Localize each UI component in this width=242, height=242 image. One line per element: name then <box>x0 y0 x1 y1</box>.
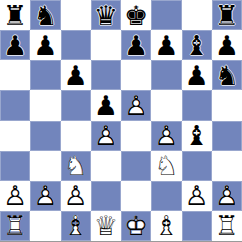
square-e5[interactable]: ♟♙ <box>121 90 151 120</box>
square-h1[interactable]: ♜♖ <box>212 211 242 241</box>
piece-outline-layer: ♙ <box>0 181 30 211</box>
piece-white-pawn[interactable]: ♟♙ <box>121 90 151 120</box>
square-g4[interactable]: ♝ <box>182 121 212 151</box>
piece-outline-layer: ♙ <box>121 90 151 120</box>
piece-white-pawn[interactable]: ♟♙ <box>182 181 212 211</box>
square-h5[interactable] <box>212 90 242 120</box>
square-g1[interactable] <box>182 211 212 241</box>
square-h2[interactable]: ♟♙ <box>212 181 242 211</box>
piece-white-pawn[interactable]: ♟♙ <box>0 181 30 211</box>
square-e2[interactable] <box>121 181 151 211</box>
square-d7[interactable] <box>91 30 121 60</box>
square-g3[interactable] <box>182 151 212 181</box>
piece-black-king[interactable]: ♚ <box>121 0 151 30</box>
piece-outline-layer: ♘ <box>61 151 91 181</box>
square-c2[interactable]: ♟♙ <box>61 181 91 211</box>
piece-outline-layer: ♙ <box>30 181 60 211</box>
square-b6[interactable] <box>30 60 60 90</box>
piece-white-rook[interactable]: ♜♖ <box>212 211 242 241</box>
piece-outline-layer: ♙ <box>61 181 91 211</box>
piece-black-pawn[interactable]: ♟ <box>0 30 30 60</box>
chess-board: ♜♞♛♚♜♟♟♟♟♝♟♟♟♞♟♟♙♟♙♟♙♝♞♘♞♘♟♙♟♙♟♙♟♙♟♙♜♖♝♗… <box>0 0 242 242</box>
square-e7[interactable]: ♟ <box>121 30 151 60</box>
piece-black-pawn[interactable]: ♟ <box>61 60 91 90</box>
square-g8[interactable] <box>182 0 212 30</box>
square-f3[interactable]: ♞♘ <box>151 151 181 181</box>
square-a6[interactable] <box>0 60 30 90</box>
square-d5[interactable]: ♟ <box>91 90 121 120</box>
square-e8[interactable]: ♚ <box>121 0 151 30</box>
square-d3[interactable] <box>91 151 121 181</box>
square-a4[interactable] <box>0 121 30 151</box>
square-h4[interactable] <box>212 121 242 151</box>
square-b1[interactable] <box>30 211 60 241</box>
square-d8[interactable]: ♛ <box>91 0 121 30</box>
square-e3[interactable] <box>121 151 151 181</box>
piece-white-knight[interactable]: ♞♘ <box>61 151 91 181</box>
piece-outline-layer: ♙ <box>91 121 121 151</box>
square-b7[interactable]: ♟ <box>30 30 60 60</box>
square-d6[interactable] <box>91 60 121 90</box>
piece-black-knight[interactable]: ♞ <box>30 0 60 30</box>
square-a7[interactable]: ♟ <box>0 30 30 60</box>
piece-outline-layer: ♗ <box>61 211 91 241</box>
piece-white-knight[interactable]: ♞♘ <box>151 151 181 181</box>
piece-black-pawn[interactable]: ♟ <box>30 30 60 60</box>
square-a8[interactable]: ♜ <box>0 0 30 30</box>
square-a1[interactable]: ♜♖ <box>0 211 30 241</box>
square-d2[interactable] <box>91 181 121 211</box>
square-g7[interactable]: ♝ <box>182 30 212 60</box>
square-g6[interactable]: ♟ <box>182 60 212 90</box>
square-b2[interactable]: ♟♙ <box>30 181 60 211</box>
square-a2[interactable]: ♟♙ <box>0 181 30 211</box>
piece-black-pawn[interactable]: ♟ <box>91 90 121 120</box>
square-c5[interactable] <box>61 90 91 120</box>
piece-white-pawn[interactable]: ♟♙ <box>30 181 60 211</box>
square-c4[interactable] <box>61 121 91 151</box>
square-h6[interactable]: ♞ <box>212 60 242 90</box>
piece-black-rook[interactable]: ♜ <box>0 0 30 30</box>
piece-outline-layer: ♖ <box>212 211 242 241</box>
piece-white-bishop[interactable]: ♝♗ <box>151 211 181 241</box>
square-a5[interactable] <box>0 90 30 120</box>
square-g5[interactable] <box>182 90 212 120</box>
piece-white-pawn[interactable]: ♟♙ <box>151 121 181 151</box>
piece-outline-layer: ♙ <box>151 121 181 151</box>
piece-white-pawn[interactable]: ♟♙ <box>91 121 121 151</box>
piece-black-pawn[interactable]: ♟ <box>151 30 181 60</box>
piece-white-pawn[interactable]: ♟♙ <box>61 181 91 211</box>
piece-outline-layer: ♖ <box>0 211 30 241</box>
square-e4[interactable] <box>121 121 151 151</box>
piece-outline-layer: ♔ <box>121 211 151 241</box>
square-c1[interactable]: ♝♗ <box>61 211 91 241</box>
square-f7[interactable]: ♟ <box>151 30 181 60</box>
piece-black-pawn[interactable]: ♟ <box>182 60 212 90</box>
square-f2[interactable] <box>151 181 181 211</box>
square-d4[interactable]: ♟♙ <box>91 121 121 151</box>
piece-white-queen[interactable]: ♛♕ <box>91 211 121 241</box>
square-c8[interactable] <box>61 0 91 30</box>
piece-outline-layer: ♙ <box>182 181 212 211</box>
piece-black-knight[interactable]: ♞ <box>212 60 242 90</box>
square-a3[interactable] <box>0 151 30 181</box>
piece-outline-layer: ♕ <box>91 211 121 241</box>
square-g2[interactable]: ♟♙ <box>182 181 212 211</box>
piece-white-pawn[interactable]: ♟♙ <box>212 181 242 211</box>
piece-black-pawn[interactable]: ♟ <box>121 30 151 60</box>
square-e6[interactable] <box>121 60 151 90</box>
piece-white-king[interactable]: ♚♔ <box>121 211 151 241</box>
piece-outline-layer: ♗ <box>151 211 181 241</box>
square-f8[interactable] <box>151 0 181 30</box>
square-f6[interactable] <box>151 60 181 90</box>
square-c3[interactable]: ♞♘ <box>61 151 91 181</box>
square-c6[interactable]: ♟ <box>61 60 91 90</box>
square-h3[interactable] <box>212 151 242 181</box>
square-f5[interactable] <box>151 90 181 120</box>
piece-black-queen[interactable]: ♛ <box>91 0 121 30</box>
square-h7[interactable]: ♟ <box>212 30 242 60</box>
square-b5[interactable] <box>30 90 60 120</box>
square-f4[interactable]: ♟♙ <box>151 121 181 151</box>
piece-outline-layer: ♘ <box>151 151 181 181</box>
piece-black-bishop[interactable]: ♝ <box>182 30 212 60</box>
piece-outline-layer: ♙ <box>212 181 242 211</box>
square-h8[interactable]: ♜ <box>212 0 242 30</box>
square-b8[interactable]: ♞ <box>30 0 60 30</box>
square-c7[interactable] <box>61 30 91 60</box>
square-b3[interactable] <box>30 151 60 181</box>
piece-black-rook[interactable]: ♜ <box>212 0 242 30</box>
square-e1[interactable]: ♚♔ <box>121 211 151 241</box>
piece-white-bishop[interactable]: ♝♗ <box>61 211 91 241</box>
piece-black-pawn[interactable]: ♟ <box>212 30 242 60</box>
piece-black-bishop[interactable]: ♝ <box>182 121 212 151</box>
square-b4[interactable] <box>30 121 60 151</box>
piece-white-rook[interactable]: ♜♖ <box>0 211 30 241</box>
square-d1[interactable]: ♛♕ <box>91 211 121 241</box>
square-f1[interactable]: ♝♗ <box>151 211 181 241</box>
